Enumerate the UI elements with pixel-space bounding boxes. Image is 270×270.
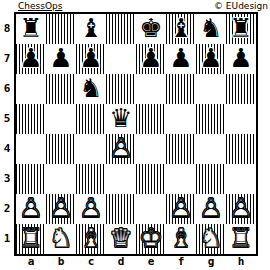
- rank-label-1: 1: [0, 224, 14, 254]
- square-d1[interactable]: ♛♕: [106, 224, 136, 254]
- black-pawn-g7[interactable]: ♟: [196, 44, 226, 74]
- file-label-g: g: [196, 255, 226, 269]
- square-f4[interactable]: [166, 134, 196, 164]
- square-g4[interactable]: [196, 134, 226, 164]
- white-queen-d1[interactable]: ♛♕: [106, 224, 136, 254]
- square-e5[interactable]: [136, 104, 166, 134]
- piece-fill: ♟: [166, 44, 196, 74]
- square-c6[interactable]: ♞: [76, 74, 106, 104]
- chessops-link[interactable]: ChessOps: [18, 0, 62, 12]
- white-king-e1[interactable]: ♚♔: [136, 224, 166, 254]
- square-c8[interactable]: ♝: [76, 14, 106, 44]
- square-b8[interactable]: [46, 14, 76, 44]
- white-bishop-f1[interactable]: ♝♗: [166, 224, 196, 254]
- copyright-credit: © EUdesign: [214, 0, 268, 12]
- piece-outline: ♔: [136, 224, 166, 254]
- black-bishop-c8[interactable]: ♝: [76, 14, 106, 44]
- square-c1[interactable]: ♝♗: [76, 224, 106, 254]
- piece-outline: ♕: [106, 224, 136, 254]
- file-label-a: a: [16, 255, 46, 269]
- square-a7[interactable]: ♟: [16, 44, 46, 74]
- file-label-c: c: [76, 255, 106, 269]
- file-label-e: e: [136, 255, 166, 269]
- white-pawn-f2[interactable]: ♟♙: [166, 194, 196, 224]
- square-e3[interactable]: [136, 164, 166, 194]
- square-d3[interactable]: [106, 164, 136, 194]
- piece-fill: ♛: [106, 104, 136, 134]
- file-label-f: f: [166, 255, 196, 269]
- piece-outline: ♗: [76, 224, 106, 254]
- square-e6[interactable]: [136, 74, 166, 104]
- square-g2[interactable]: ♟♙: [196, 194, 226, 224]
- square-g3[interactable]: [196, 164, 226, 194]
- white-pawn-h2[interactable]: ♟♙: [226, 194, 256, 224]
- rank-label-6: 6: [0, 74, 14, 104]
- piece-fill: ♞: [196, 14, 226, 44]
- rank-label-7: 7: [0, 44, 14, 74]
- square-g7[interactable]: ♟: [196, 44, 226, 74]
- square-e8[interactable]: ♚: [136, 14, 166, 44]
- square-e4[interactable]: [136, 134, 166, 164]
- square-c5[interactable]: [76, 104, 106, 134]
- square-d6[interactable]: [106, 74, 136, 104]
- square-f6[interactable]: [166, 74, 196, 104]
- square-f5[interactable]: [166, 104, 196, 134]
- piece-fill: ♝: [76, 14, 106, 44]
- piece-outline: ♙: [196, 194, 226, 224]
- rank-label-2: 2: [0, 194, 14, 224]
- square-g1[interactable]: ♞♘: [196, 224, 226, 254]
- square-b5[interactable]: [46, 104, 76, 134]
- piece-outline: ♙: [76, 194, 106, 224]
- square-f7[interactable]: ♟: [166, 44, 196, 74]
- black-rook-h8[interactable]: ♜: [226, 14, 256, 44]
- square-a5[interactable]: [16, 104, 46, 134]
- piece-outline: ♙: [106, 134, 136, 164]
- board: ♜♝♚♝♞♜♟♟♟♟♟♟♟♞♛♟♙♟♙♟♙♟♙♟♙♟♙♟♙♜♖♞♘♝♗♛♕♚♔♝…: [14, 12, 258, 256]
- square-f2[interactable]: ♟♙: [166, 194, 196, 224]
- square-c2[interactable]: ♟♙: [76, 194, 106, 224]
- square-c3[interactable]: [76, 164, 106, 194]
- square-h7[interactable]: ♟: [226, 44, 256, 74]
- square-e7[interactable]: ♟: [136, 44, 166, 74]
- square-e2[interactable]: [136, 194, 166, 224]
- piece-outline: ♖: [226, 224, 256, 254]
- white-pawn-c2[interactable]: ♟♙: [76, 194, 106, 224]
- chessops-diagram-page: ChessOps © EUdesign 87654321 ♜♝♚♝♞♜♟♟♟♟♟…: [0, 0, 270, 270]
- piece-outline: ♘: [46, 224, 76, 254]
- square-h6[interactable]: [226, 74, 256, 104]
- piece-outline: ♖: [16, 224, 46, 254]
- piece-outline: ♙: [46, 194, 76, 224]
- square-c7[interactable]: ♟: [76, 44, 106, 74]
- rank-label-4: 4: [0, 134, 14, 164]
- black-knight-c6[interactable]: ♞: [76, 74, 106, 104]
- piece-outline: ♘: [196, 224, 226, 254]
- piece-fill: ♟: [76, 44, 106, 74]
- piece-fill: ♟: [226, 44, 256, 74]
- square-f8[interactable]: ♝: [166, 14, 196, 44]
- square-g5[interactable]: [196, 104, 226, 134]
- square-b4[interactable]: [46, 134, 76, 164]
- white-bishop-c1[interactable]: ♝♗: [76, 224, 106, 254]
- black-pawn-a7[interactable]: ♟: [16, 44, 46, 74]
- file-label-d: d: [106, 255, 136, 269]
- piece-fill: ♚: [136, 14, 166, 44]
- square-d8[interactable]: [106, 14, 136, 44]
- piece-fill: ♜: [16, 14, 46, 44]
- black-king-e8[interactable]: ♚: [136, 14, 166, 44]
- square-h4[interactable]: [226, 134, 256, 164]
- white-pawn-a2[interactable]: ♟♙: [16, 194, 46, 224]
- file-label-h: h: [226, 255, 256, 269]
- piece-fill: ♝: [166, 14, 196, 44]
- black-pawn-c7[interactable]: ♟: [76, 44, 106, 74]
- white-pawn-d4[interactable]: ♟♙: [106, 134, 136, 164]
- white-rook-a1[interactable]: ♜♖: [16, 224, 46, 254]
- white-pawn-b2[interactable]: ♟♙: [46, 194, 76, 224]
- black-pawn-f7[interactable]: ♟: [166, 44, 196, 74]
- square-h3[interactable]: [226, 164, 256, 194]
- square-b1[interactable]: ♞♘: [46, 224, 76, 254]
- square-h2[interactable]: ♟♙: [226, 194, 256, 224]
- rank-label-3: 3: [0, 164, 14, 194]
- rank-label-8: 8: [0, 14, 14, 44]
- black-rook-a8[interactable]: ♜: [16, 14, 46, 44]
- piece-fill: ♟: [136, 44, 166, 74]
- piece-outline: ♙: [16, 194, 46, 224]
- square-a8[interactable]: ♜: [16, 14, 46, 44]
- square-d2[interactable]: [106, 194, 136, 224]
- white-pawn-g2[interactable]: ♟♙: [196, 194, 226, 224]
- square-b2[interactable]: ♟♙: [46, 194, 76, 224]
- square-a4[interactable]: [16, 134, 46, 164]
- rank-label-5: 5: [0, 104, 14, 134]
- rank-labels: 87654321: [0, 14, 14, 254]
- black-queen-d5[interactable]: ♛: [106, 104, 136, 134]
- square-a2[interactable]: ♟♙: [16, 194, 46, 224]
- white-knight-g1[interactable]: ♞♘: [196, 224, 226, 254]
- square-h1[interactable]: ♜♖: [226, 224, 256, 254]
- square-b3[interactable]: [46, 164, 76, 194]
- black-knight-g8[interactable]: ♞: [196, 14, 226, 44]
- square-a3[interactable]: [16, 164, 46, 194]
- square-h5[interactable]: [226, 104, 256, 134]
- black-pawn-h7[interactable]: ♟: [226, 44, 256, 74]
- square-a1[interactable]: ♜♖: [16, 224, 46, 254]
- square-e1[interactable]: ♚♔: [136, 224, 166, 254]
- black-pawn-b7[interactable]: ♟: [46, 44, 76, 74]
- square-d5[interactable]: ♛: [106, 104, 136, 134]
- piece-outline: ♗: [166, 224, 196, 254]
- square-g8[interactable]: ♞: [196, 14, 226, 44]
- file-labels: abcdefgh: [16, 255, 256, 269]
- piece-fill: ♞: [76, 74, 106, 104]
- square-g6[interactable]: [196, 74, 226, 104]
- square-a6[interactable]: [16, 74, 46, 104]
- square-h8[interactable]: ♜: [226, 14, 256, 44]
- piece-fill: ♟: [46, 44, 76, 74]
- square-b7[interactable]: ♟: [46, 44, 76, 74]
- piece-fill: ♟: [196, 44, 226, 74]
- black-pawn-e7[interactable]: ♟: [136, 44, 166, 74]
- piece-fill: ♜: [226, 14, 256, 44]
- piece-outline: ♙: [166, 194, 196, 224]
- piece-outline: ♙: [226, 194, 256, 224]
- square-d7[interactable]: [106, 44, 136, 74]
- square-f3[interactable]: [166, 164, 196, 194]
- file-label-b: b: [46, 255, 76, 269]
- square-c4[interactable]: [76, 134, 106, 164]
- black-bishop-f8[interactable]: ♝: [166, 14, 196, 44]
- white-knight-b1[interactable]: ♞♘: [46, 224, 76, 254]
- square-f1[interactable]: ♝♗: [166, 224, 196, 254]
- square-d4[interactable]: ♟♙: [106, 134, 136, 164]
- square-b6[interactable]: [46, 74, 76, 104]
- piece-fill: ♟: [16, 44, 46, 74]
- white-rook-h1[interactable]: ♜♖: [226, 224, 256, 254]
